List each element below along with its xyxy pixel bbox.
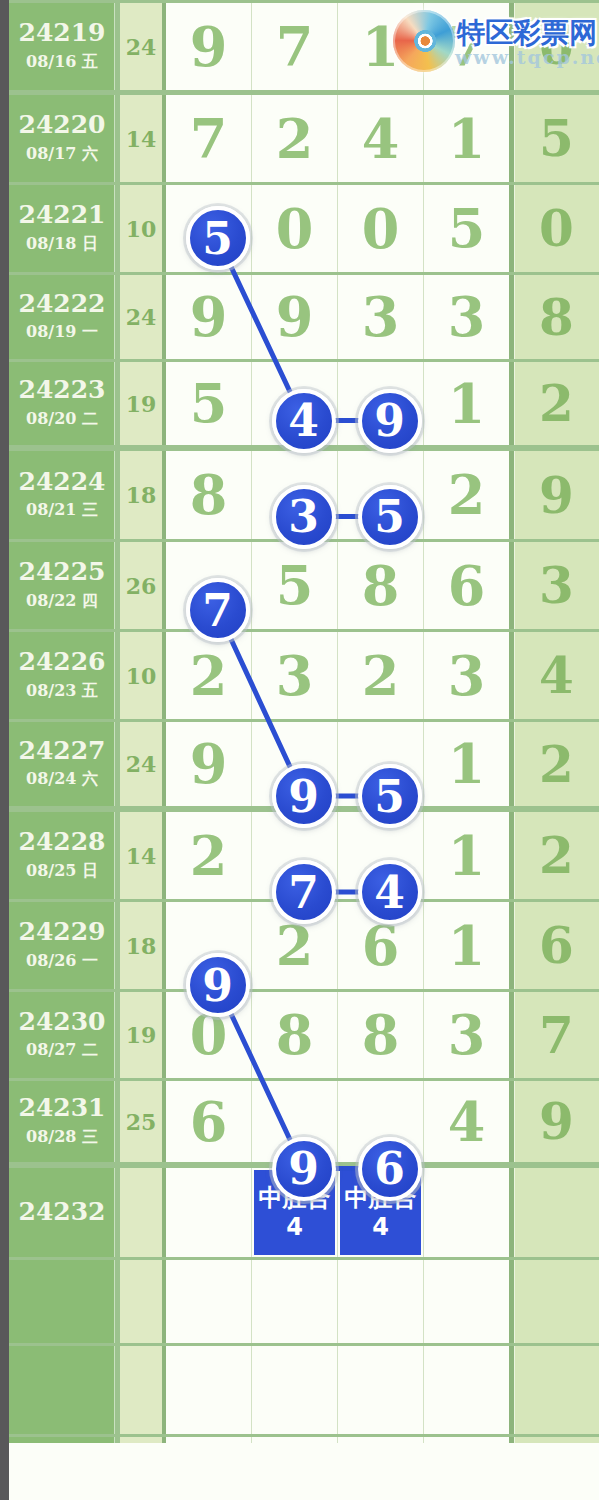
draw-row: 24222 08/19 一 24 9 9 3 3 8 [9, 275, 599, 362]
period-cell [9, 1346, 120, 1434]
digit-cell: 3 [424, 275, 514, 359]
digit-cell: 5 [424, 185, 514, 272]
sum-cell [120, 1346, 166, 1434]
draw-date: 08/20 二 [26, 409, 98, 430]
site-url-watermark: www.tqcp.net [455, 46, 599, 68]
digit-cell [252, 1437, 338, 1443]
tail-digit-cell [514, 1437, 599, 1443]
draw-row: 24221 08/18 日 10 0 0 5 0 [9, 185, 599, 275]
sum-cell: 10 [120, 632, 166, 719]
tail-digit-cell: 2 [514, 362, 599, 445]
digit-cell: 3 [252, 632, 338, 719]
digit-cell: 6 [424, 542, 514, 629]
period-number: 24232 [19, 1199, 106, 1225]
tail-digit-cell: 4 [514, 632, 599, 719]
tail-digit-cell [514, 1168, 599, 1257]
tail-digit-cell: 9 [514, 451, 599, 539]
draw-row [9, 1346, 599, 1437]
digit-cell [424, 1346, 514, 1434]
draw-date: 08/21 三 [26, 500, 98, 521]
digit-cell [424, 1260, 514, 1343]
period-cell [9, 1260, 120, 1343]
sum-cell: 26 [120, 542, 166, 629]
draw-row: 24232 中肚合4 中肚合4 [9, 1168, 599, 1260]
sum-cell: 24 [120, 275, 166, 359]
draw-row [9, 1260, 599, 1346]
digit-cell: 0 [252, 185, 338, 272]
sum-cell: 14 [120, 95, 166, 182]
period-cell: 24220 08/17 六 [9, 95, 120, 182]
tail-digit-cell: 8 [514, 275, 599, 359]
tail-digit-cell: 2 [514, 812, 599, 899]
digit-cell [252, 451, 338, 539]
tail-digit-cell [514, 1260, 599, 1343]
digit-cell [338, 722, 424, 806]
digit-cell [338, 1437, 424, 1443]
digit-cell: 8 [338, 542, 424, 629]
draw-date: 08/28 三 [26, 1127, 98, 1148]
period-cell: 24229 08/26 一 [9, 902, 120, 989]
draw-date: 08/27 二 [26, 1040, 98, 1061]
draw-row: 24230 08/27 二 19 0 8 8 3 7 [9, 992, 599, 1081]
period-cell: 24232 [9, 1168, 120, 1257]
digit-cell: 8 [338, 992, 424, 1078]
tail-digit-cell [514, 1346, 599, 1434]
trend-table: 24219 08/16 五 24 9 7 1 7 0 24220 08/17 六… [9, 0, 599, 1500]
draw-date: 08/25 日 [26, 861, 98, 882]
period-cell: 24227 08/24 六 [9, 722, 120, 806]
digit-cell: 1 [424, 95, 514, 182]
period-cell: 24225 08/22 四 [9, 542, 120, 629]
digit-cell: 5 [166, 362, 252, 445]
digit-cell: 2 [252, 95, 338, 182]
period-number: 24224 [19, 469, 106, 495]
period-number: 24223 [19, 377, 106, 403]
digit-cell: 3 [424, 632, 514, 719]
sum-cell: 24 [120, 722, 166, 806]
period-number: 24228 [19, 829, 106, 855]
digit-cell: 3 [424, 992, 514, 1078]
digit-cell [252, 1081, 338, 1162]
draw-date: 08/26 一 [26, 951, 98, 972]
digit-cell: 2 [252, 902, 338, 989]
period-number: 24225 [19, 559, 106, 585]
draw-row: 24231 08/28 三 25 6 4 9 [9, 1081, 599, 1168]
period-number: 24230 [19, 1009, 106, 1035]
digit-cell: 8 [166, 451, 252, 539]
period-cell: 24224 08/21 三 [9, 451, 120, 539]
sum-cell [120, 1260, 166, 1343]
digit-cell [338, 1081, 424, 1162]
digit-cell: 2 [424, 451, 514, 539]
period-cell: 24231 08/28 三 [9, 1081, 120, 1162]
sum-cell: 25 [120, 1081, 166, 1162]
period-number: 24219 [19, 20, 106, 46]
digit-cell: 6 [166, 1081, 252, 1162]
draw-date: 08/18 日 [26, 234, 98, 255]
digit-cell [338, 1260, 424, 1343]
site-logo[interactable]: 特区彩票网 www.tqcp.net [393, 8, 597, 70]
draw-row: 24228 08/25 日 14 2 1 2 [9, 812, 599, 902]
left-edge-strip [0, 0, 9, 1500]
draw-row [9, 1437, 599, 1443]
tail-digit-cell: 7 [514, 992, 599, 1078]
digit-cell [338, 1346, 424, 1434]
digit-cell: 7 [166, 95, 252, 182]
period-number: 24227 [19, 738, 106, 764]
tail-digit-cell: 5 [514, 95, 599, 182]
draw-date: 08/16 五 [26, 52, 98, 73]
digit-cell: 5 [252, 542, 338, 629]
digit-cell: 4 [424, 1081, 514, 1162]
period-number: 24221 [19, 202, 106, 228]
digit-cell: 2 [166, 632, 252, 719]
sum-cell: 18 [120, 902, 166, 989]
digit-cell: 1 [424, 812, 514, 899]
period-number: 24222 [19, 291, 106, 317]
digit-cell: 中肚合4 [338, 1168, 424, 1257]
digit-cell: 9 [166, 3, 252, 90]
digit-cell: 9 [252, 275, 338, 359]
period-number: 24229 [19, 919, 106, 945]
sum-cell: 10 [120, 185, 166, 272]
draw-date: 08/17 六 [26, 144, 98, 165]
period-cell: 24223 08/20 二 [9, 362, 120, 445]
digit-cell: 7 [252, 3, 338, 90]
tail-digit-cell: 0 [514, 185, 599, 272]
digit-cell [166, 185, 252, 272]
draw-row: 24226 08/23 五 10 2 3 2 3 4 [9, 632, 599, 722]
draw-date: 08/23 五 [26, 681, 98, 702]
period-cell: 24219 08/16 五 [9, 3, 120, 90]
digit-cell [166, 1260, 252, 1343]
tail-digit-cell: 3 [514, 542, 599, 629]
digit-cell: 8 [252, 992, 338, 1078]
digit-cell [338, 812, 424, 899]
sum-cell [120, 1168, 166, 1257]
digit-cell [166, 1168, 252, 1257]
digit-cell [252, 812, 338, 899]
period-cell: 24221 08/18 日 [9, 185, 120, 272]
draw-row: 24220 08/17 六 14 7 2 4 1 5 [9, 95, 599, 185]
period-number: 24226 [19, 649, 106, 675]
prediction-box: 中肚合4 [340, 1170, 421, 1255]
digit-cell [424, 1168, 514, 1257]
sum-cell: 18 [120, 451, 166, 539]
digit-cell: 0 [338, 185, 424, 272]
digit-cell: 9 [166, 722, 252, 806]
digit-cell [166, 1346, 252, 1434]
digit-cell: 9 [166, 275, 252, 359]
digit-cell: 2 [338, 632, 424, 719]
digit-cell [252, 362, 338, 445]
digit-cell [338, 362, 424, 445]
digit-cell: 4 [338, 95, 424, 182]
draw-row: 24227 08/24 六 24 9 1 2 [9, 722, 599, 812]
draw-date: 08/24 六 [26, 769, 98, 790]
digit-cell [424, 1437, 514, 1443]
sum-cell [120, 1437, 166, 1443]
period-cell: 24230 08/27 二 [9, 992, 120, 1078]
digit-cell [338, 451, 424, 539]
period-number: 24220 [19, 112, 106, 138]
digit-cell: 中肚合4 [252, 1168, 338, 1257]
draw-row: 24225 08/22 四 26 5 8 6 3 [9, 542, 599, 632]
draw-row: 24224 08/21 三 18 8 2 9 [9, 451, 599, 542]
prediction-box: 中肚合4 [254, 1170, 335, 1255]
lottery-trend-chart: 24219 08/16 五 24 9 7 1 7 0 24220 08/17 六… [0, 0, 599, 1500]
digit-cell: 1 [424, 722, 514, 806]
draw-row: 24223 08/20 二 19 5 1 2 [9, 362, 599, 451]
sum-cell: 14 [120, 812, 166, 899]
digit-cell: 6 [338, 902, 424, 989]
period-cell: 24228 08/25 日 [9, 812, 120, 899]
tail-digit-cell: 2 [514, 722, 599, 806]
digit-cell [166, 902, 252, 989]
period-cell: 24226 08/23 五 [9, 632, 120, 719]
tail-digit-cell: 6 [514, 902, 599, 989]
draw-row: 24229 08/26 一 18 2 6 1 6 [9, 902, 599, 992]
digit-cell: 1 [424, 902, 514, 989]
sum-cell: 19 [120, 362, 166, 445]
site-logo-swirl-icon [393, 10, 455, 72]
period-cell: 24222 08/19 一 [9, 275, 120, 359]
digit-cell: 2 [166, 812, 252, 899]
digit-cell [166, 542, 252, 629]
digit-cell [166, 1437, 252, 1443]
draw-date: 08/22 四 [26, 591, 98, 612]
digit-cell: 3 [338, 275, 424, 359]
tail-digit-cell: 9 [514, 1081, 599, 1162]
digit-cell [252, 1260, 338, 1343]
digit-cell [252, 722, 338, 806]
digit-cell [252, 1346, 338, 1434]
period-number: 24231 [19, 1095, 106, 1121]
draw-date: 08/19 一 [26, 322, 98, 343]
sum-cell: 19 [120, 992, 166, 1078]
sum-cell: 24 [120, 3, 166, 90]
digit-cell: 1 [424, 362, 514, 445]
period-cell [9, 1437, 120, 1443]
digit-cell: 0 [166, 992, 252, 1078]
